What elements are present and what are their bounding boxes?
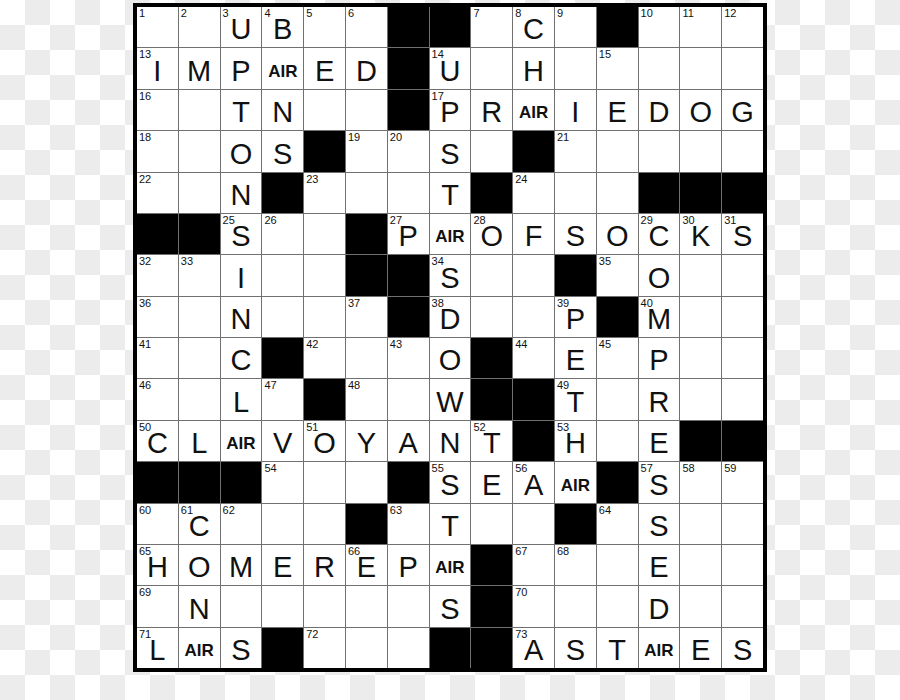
cell-r6c15[interactable]: 31S — [722, 214, 763, 254]
cell-r9c14[interactable] — [680, 338, 721, 378]
letter-entry: A — [524, 471, 543, 500]
clue-number: 49 — [557, 380, 569, 392]
letter-entry: M — [647, 305, 671, 334]
cell-r1c2[interactable]: 2 — [179, 7, 220, 47]
cell-r1c1[interactable]: 1 — [137, 7, 178, 47]
cell-r12c9[interactable]: E — [471, 462, 512, 502]
cell-r14c6[interactable]: 66E — [346, 545, 387, 585]
cell-r14c7[interactable]: P — [388, 545, 429, 585]
cell-r4c15[interactable] — [722, 131, 763, 171]
cell-r3c2[interactable] — [179, 90, 220, 130]
cell-r5c6[interactable] — [346, 173, 387, 213]
letter-entry: I — [571, 98, 579, 127]
cell-r14c2[interactable]: O — [179, 545, 220, 585]
cell-r10c7[interactable] — [388, 379, 429, 419]
cell-r1c5[interactable]: 5 — [304, 7, 345, 47]
cell-r13c12[interactable]: 64 — [597, 504, 638, 544]
cell-r13c5[interactable] — [304, 504, 345, 544]
clue-number: 50 — [139, 422, 151, 434]
cell-r4c4[interactable]: S — [262, 131, 303, 171]
cell-r3c1[interactable]: 16 — [137, 90, 178, 130]
cell-r7c9[interactable] — [471, 255, 512, 295]
cell-r12c13[interactable]: 57S — [639, 462, 680, 502]
cell-r6c4[interactable]: 26 — [262, 214, 303, 254]
cell-r12c1-black — [137, 462, 178, 502]
cell-r5c9-black — [471, 173, 512, 213]
cell-r11c9[interactable]: 52T — [471, 421, 512, 461]
clue-number: 61 — [181, 505, 193, 517]
letter-entry: E — [608, 98, 627, 127]
rebus-air-entry: AIR — [519, 104, 548, 121]
crossword-board: 123U4B5678C910111213IMPAIRED14UH1516TN17… — [133, 3, 767, 672]
cell-r2c13[interactable] — [639, 48, 680, 88]
cell-r3c12[interactable]: E — [597, 90, 638, 130]
cell-r5c11[interactable] — [555, 173, 596, 213]
cell-r16c13[interactable]: AIR — [639, 628, 680, 668]
cell-r12c14[interactable]: 58 — [680, 462, 721, 502]
clue-number: 39 — [557, 298, 569, 310]
cell-r10c13[interactable]: R — [639, 379, 680, 419]
clue-number: 17 — [432, 91, 444, 103]
letter-entry: C — [649, 222, 670, 251]
cell-r14c13[interactable]: E — [639, 545, 680, 585]
cell-r15c14[interactable] — [680, 586, 721, 626]
cell-r10c6[interactable]: 48 — [346, 379, 387, 419]
cell-r3c13[interactable]: D — [639, 90, 680, 130]
cell-r1c8-black — [430, 7, 471, 47]
cell-r9c13[interactable]: P — [639, 338, 680, 378]
cell-r13c3[interactable]: 62 — [221, 504, 262, 544]
cell-r6c14[interactable]: 30K — [680, 214, 721, 254]
cell-r14c14[interactable] — [680, 545, 721, 585]
cell-r11c8[interactable]: N — [430, 421, 471, 461]
cell-r7c11-black — [555, 255, 596, 295]
clue-number: 68 — [557, 546, 569, 558]
cell-r15c6[interactable] — [346, 586, 387, 626]
letter-entry: S — [273, 140, 292, 169]
cell-r8c12-black — [597, 297, 638, 337]
cell-r5c4-black — [262, 173, 303, 213]
cell-r12c5[interactable] — [304, 462, 345, 502]
cell-r13c10[interactable] — [513, 504, 554, 544]
cell-r2c10[interactable]: H — [513, 48, 554, 88]
cell-r8c5[interactable] — [304, 297, 345, 337]
cell-r1c7-black — [388, 7, 429, 47]
cell-r6c3[interactable]: 25S — [221, 214, 262, 254]
letter-entry: U — [231, 15, 252, 44]
cell-r5c8[interactable]: T — [430, 173, 471, 213]
letter-entry: L — [149, 636, 165, 665]
clue-number: 25 — [223, 215, 235, 227]
cell-r10c14[interactable] — [680, 379, 721, 419]
cell-r14c5[interactable]: R — [304, 545, 345, 585]
cell-r7c4[interactable] — [262, 255, 303, 295]
cell-r2c5[interactable]: E — [304, 48, 345, 88]
letter-entry: T — [567, 388, 585, 417]
clue-number: 23 — [306, 174, 318, 186]
cell-r13c14[interactable] — [680, 504, 721, 544]
cell-r12c12-black — [597, 462, 638, 502]
letter-entry: N — [440, 429, 461, 458]
cell-r3c5[interactable] — [304, 90, 345, 130]
cell-r3c8[interactable]: 17P — [430, 90, 471, 130]
cell-r6c7[interactable]: 27P — [388, 214, 429, 254]
cell-r13c7[interactable]: 63 — [388, 504, 429, 544]
clue-number: 18 — [139, 132, 151, 144]
letter-entry: L — [191, 429, 207, 458]
cell-r7c15[interactable] — [722, 255, 763, 295]
cell-r3c14[interactable]: O — [680, 90, 721, 130]
cell-r7c2[interactable]: 33 — [179, 255, 220, 295]
cell-r9c4-black — [262, 338, 303, 378]
cell-r9c6[interactable] — [346, 338, 387, 378]
cell-r12c10[interactable]: 56A — [513, 462, 554, 502]
cell-r15c11[interactable] — [555, 586, 596, 626]
clue-number: 67 — [515, 546, 527, 558]
letter-entry: R — [481, 98, 502, 127]
cell-r7c3[interactable]: I — [221, 255, 262, 295]
cell-r14c10[interactable]: 67 — [513, 545, 554, 585]
cell-r7c14[interactable] — [680, 255, 721, 295]
cell-r9c1[interactable]: 41 — [137, 338, 178, 378]
cell-r2c2[interactable]: M — [179, 48, 220, 88]
cell-r10c11[interactable]: 49T — [555, 379, 596, 419]
cell-r1c9[interactable]: 7 — [471, 7, 512, 47]
cell-r11c12[interactable] — [597, 421, 638, 461]
clue-number: 6 — [348, 8, 354, 20]
cell-r1c13[interactable]: 10 — [639, 7, 680, 47]
cell-r8c14[interactable] — [680, 297, 721, 337]
cell-r5c12[interactable] — [597, 173, 638, 213]
cell-r9c2[interactable] — [179, 338, 220, 378]
cell-r15c7[interactable] — [388, 586, 429, 626]
cell-r8c2[interactable] — [179, 297, 220, 337]
letter-entry: P — [566, 305, 585, 334]
cell-r15c9-black — [471, 586, 512, 626]
cell-r10c12[interactable] — [597, 379, 638, 419]
cell-r2c3[interactable]: P — [221, 48, 262, 88]
cell-r8c3[interactable]: N — [221, 297, 262, 337]
cell-r7c8[interactable]: 34S — [430, 255, 471, 295]
cell-r11c13[interactable]: E — [639, 421, 680, 461]
cell-r12c6[interactable] — [346, 462, 387, 502]
cell-r13c2[interactable]: 61C — [179, 504, 220, 544]
cell-r15c3[interactable] — [221, 586, 262, 626]
cell-r6c13[interactable]: 29C — [639, 214, 680, 254]
cell-r3c9[interactable]: R — [471, 90, 512, 130]
cell-r2c8[interactable]: 14U — [430, 48, 471, 88]
letter-entry: C — [523, 15, 544, 44]
cell-r4c6[interactable]: 19 — [346, 131, 387, 171]
cell-r1c11[interactable]: 9 — [555, 7, 596, 47]
letter-entry: P — [440, 98, 459, 127]
letter-entry: E — [315, 57, 334, 86]
clue-number: 73 — [515, 629, 527, 641]
cell-r11c4[interactable]: V — [262, 421, 303, 461]
clue-number: 62 — [223, 505, 235, 517]
cell-r16c15[interactable]: S — [722, 628, 763, 668]
cell-r12c7-black — [388, 462, 429, 502]
cell-r9c7[interactable]: 43 — [388, 338, 429, 378]
cell-r13c15[interactable] — [722, 504, 763, 544]
cell-r16c6[interactable] — [346, 628, 387, 668]
cell-r8c15[interactable] — [722, 297, 763, 337]
cell-r6c9[interactable]: 28O — [471, 214, 512, 254]
cell-r5c10[interactable]: 24 — [513, 173, 554, 213]
cell-r4c2[interactable] — [179, 131, 220, 171]
cell-r16c3[interactable]: S — [221, 628, 262, 668]
cell-r8c13[interactable]: 40M — [639, 297, 680, 337]
letter-entry: E — [649, 429, 668, 458]
cell-r13c13[interactable]: S — [639, 504, 680, 544]
letter-entry: C — [147, 429, 168, 458]
clue-number: 70 — [515, 587, 527, 599]
cell-r9c10[interactable]: 44 — [513, 338, 554, 378]
cell-r6c11[interactable]: S — [555, 214, 596, 254]
clue-number: 48 — [348, 380, 360, 392]
cell-r14c11[interactable]: 68 — [555, 545, 596, 585]
cell-r9c15[interactable] — [722, 338, 763, 378]
cell-r4c14[interactable] — [680, 131, 721, 171]
cell-r4c3[interactable]: O — [221, 131, 262, 171]
cell-r4c1[interactable]: 18 — [137, 131, 178, 171]
cell-r16c7[interactable] — [388, 628, 429, 668]
cell-r5c7[interactable] — [388, 173, 429, 213]
cell-r3c4[interactable]: N — [262, 90, 303, 130]
cell-r16c5[interactable]: 72 — [304, 628, 345, 668]
clue-number: 33 — [181, 256, 193, 268]
cell-r3c11[interactable]: I — [555, 90, 596, 130]
clue-number: 56 — [515, 463, 527, 475]
cell-r3c7-black — [388, 90, 429, 130]
cell-r12c4[interactable]: 54 — [262, 462, 303, 502]
cell-r15c8[interactable]: S — [430, 586, 471, 626]
cell-r14c8[interactable]: AIR — [430, 545, 471, 585]
cell-r12c8[interactable]: 55S — [430, 462, 471, 502]
cell-r8c9[interactable] — [471, 297, 512, 337]
clue-number: 53 — [557, 422, 569, 434]
cell-r4c5-black — [304, 131, 345, 171]
letter-entry: C — [189, 512, 210, 541]
cell-r4c8[interactable]: S — [430, 131, 471, 171]
letter-entry: I — [153, 57, 161, 86]
cell-r11c3[interactable]: AIR — [221, 421, 262, 461]
cell-r5c5[interactable]: 23 — [304, 173, 345, 213]
cell-r9c11[interactable]: E — [555, 338, 596, 378]
cell-r10c1[interactable]: 46 — [137, 379, 178, 419]
letter-entry: S — [649, 512, 668, 541]
cell-r16c12[interactable]: T — [597, 628, 638, 668]
clue-number: 51 — [306, 422, 318, 434]
cell-r7c10[interactable] — [513, 255, 554, 295]
cell-r14c12[interactable] — [597, 545, 638, 585]
rebus-air-entry: AIR — [561, 477, 590, 494]
cell-r15c2[interactable]: N — [179, 586, 220, 626]
cell-r9c5[interactable]: 42 — [304, 338, 345, 378]
cell-r5c2[interactable] — [179, 173, 220, 213]
cell-r11c2[interactable]: L — [179, 421, 220, 461]
clue-number: 4 — [264, 8, 270, 20]
cell-r13c4[interactable] — [262, 504, 303, 544]
clue-number: 7 — [473, 8, 479, 20]
letter-entry: P — [399, 553, 418, 582]
clue-number: 31 — [724, 215, 736, 227]
cell-r10c4[interactable]: 47 — [262, 379, 303, 419]
cell-r15c10[interactable]: 70 — [513, 586, 554, 626]
cell-r7c13[interactable]: O — [639, 255, 680, 295]
clue-number: 15 — [599, 49, 611, 61]
cell-r1c10[interactable]: 8C — [513, 7, 554, 47]
cell-r7c5[interactable] — [304, 255, 345, 295]
cell-r2c15[interactable] — [722, 48, 763, 88]
cell-r1c3[interactable]: 3U — [221, 7, 262, 47]
cell-r10c15[interactable] — [722, 379, 763, 419]
clue-number: 58 — [682, 463, 694, 475]
cell-r6c10[interactable]: F — [513, 214, 554, 254]
letter-entry: E — [357, 553, 376, 582]
cell-r3c3[interactable]: T — [221, 90, 262, 130]
cell-r2c1[interactable]: 13I — [137, 48, 178, 88]
cell-r10c8[interactable]: W — [430, 379, 471, 419]
rebus-air-entry: AIR — [435, 228, 464, 245]
cell-r8c11[interactable]: 39P — [555, 297, 596, 337]
letter-entry: L — [233, 388, 249, 417]
cell-r13c8[interactable]: T — [430, 504, 471, 544]
cell-r14c15[interactable] — [722, 545, 763, 585]
cell-r15c5[interactable] — [304, 586, 345, 626]
cell-r1c6[interactable]: 6 — [346, 7, 387, 47]
cell-r3c10[interactable]: AIR — [513, 90, 554, 130]
letter-entry: S — [649, 471, 668, 500]
letter-entry: S — [566, 222, 585, 251]
cell-r5c13-black — [639, 173, 680, 213]
letter-entry: H — [147, 553, 168, 582]
cell-r11c5[interactable]: 51O — [304, 421, 345, 461]
cell-r4c12[interactable] — [597, 131, 638, 171]
clue-number: 26 — [264, 215, 276, 227]
cell-r8c1[interactable]: 36 — [137, 297, 178, 337]
cell-r7c7-black — [388, 255, 429, 295]
cell-r16c11[interactable]: S — [555, 628, 596, 668]
clue-number: 32 — [139, 256, 151, 268]
cell-r14c3[interactable]: M — [221, 545, 262, 585]
cell-r2c7-black — [388, 48, 429, 88]
cell-r11c11[interactable]: 53H — [555, 421, 596, 461]
cell-r16c10[interactable]: 73A — [513, 628, 554, 668]
clue-number: 65 — [139, 546, 151, 558]
letter-entry: T — [483, 429, 501, 458]
cell-r9c8[interactable]: O — [430, 338, 471, 378]
cell-r16c1[interactable]: 71L — [137, 628, 178, 668]
rebus-air-entry: AIR — [226, 435, 255, 452]
cell-r2c9[interactable] — [471, 48, 512, 88]
cell-r7c12[interactable]: 35 — [597, 255, 638, 295]
letter-entry: T — [441, 512, 459, 541]
cell-r15c1[interactable]: 69 — [137, 586, 178, 626]
cell-r6c5[interactable] — [304, 214, 345, 254]
letter-entry: O — [439, 346, 462, 375]
letter-entry: S — [733, 636, 752, 665]
cell-r2c6[interactable]: D — [346, 48, 387, 88]
letter-entry: O — [188, 553, 211, 582]
cell-r2c14[interactable] — [680, 48, 721, 88]
cell-r1c14[interactable]: 11 — [680, 7, 721, 47]
cell-r7c1[interactable]: 32 — [137, 255, 178, 295]
cell-r5c1[interactable]: 22 — [137, 173, 178, 213]
cell-r2c12[interactable]: 15 — [597, 48, 638, 88]
clue-number: 29 — [641, 215, 653, 227]
cell-r9c12[interactable]: 45 — [597, 338, 638, 378]
cell-r3c15[interactable]: G — [722, 90, 763, 130]
cell-r3c6[interactable] — [346, 90, 387, 130]
rebus-air-entry: AIR — [644, 642, 673, 659]
cell-r4c9[interactable] — [471, 131, 512, 171]
letter-entry: F — [525, 222, 543, 251]
cell-r15c12[interactable] — [597, 586, 638, 626]
cell-r5c3[interactable]: N — [221, 173, 262, 213]
cell-r11c6[interactable]: Y — [346, 421, 387, 461]
cell-r6c12[interactable]: O — [597, 214, 638, 254]
letter-entry: P — [231, 57, 250, 86]
cell-r8c6[interactable]: 37 — [346, 297, 387, 337]
clue-number: 3 — [223, 8, 229, 20]
letter-entry: O — [230, 140, 253, 169]
cell-r2c11[interactable] — [555, 48, 596, 88]
cell-r16c14[interactable]: E — [680, 628, 721, 668]
cell-r4c7[interactable]: 20 — [388, 131, 429, 171]
cell-r12c11[interactable]: AIR — [555, 462, 596, 502]
cell-r15c15[interactable] — [722, 586, 763, 626]
cell-r13c9[interactable] — [471, 504, 512, 544]
cell-r14c4[interactable]: E — [262, 545, 303, 585]
cell-r9c3[interactable]: C — [221, 338, 262, 378]
clue-number: 27 — [390, 215, 402, 227]
cell-r11c7[interactable]: A — [388, 421, 429, 461]
cell-r8c10[interactable] — [513, 297, 554, 337]
clue-number: 46 — [139, 380, 151, 392]
cell-r8c8[interactable]: 38D — [430, 297, 471, 337]
clue-number: 13 — [139, 49, 151, 61]
cell-r1c4[interactable]: 4B — [262, 7, 303, 47]
cell-r2c4[interactable]: AIR — [262, 48, 303, 88]
letter-entry: H — [523, 57, 544, 86]
letter-entry: K — [691, 222, 710, 251]
cell-r16c2[interactable]: AIR — [179, 628, 220, 668]
clue-number: 19 — [348, 132, 360, 144]
clue-number: 11 — [682, 8, 693, 20]
cell-r11c14-black — [680, 421, 721, 461]
cell-r13c1[interactable]: 60 — [137, 504, 178, 544]
cell-r12c15[interactable]: 59 — [722, 462, 763, 502]
clue-number: 16 — [139, 91, 151, 103]
cell-r15c4[interactable] — [262, 586, 303, 626]
cell-r1c15[interactable]: 12 — [722, 7, 763, 47]
cell-r4c11[interactable]: 21 — [555, 131, 596, 171]
cell-r11c1[interactable]: 50C — [137, 421, 178, 461]
letter-entry: N — [231, 305, 252, 334]
cell-r6c8[interactable]: AIR — [430, 214, 471, 254]
letter-entry: O — [648, 264, 671, 293]
cell-r14c1[interactable]: 65H — [137, 545, 178, 585]
clue-number: 2 — [181, 8, 187, 20]
clue-number: 45 — [599, 339, 611, 351]
cell-r10c3[interactable]: L — [221, 379, 262, 419]
cell-r15c13[interactable]: D — [639, 586, 680, 626]
letter-entry: B — [273, 15, 292, 44]
cell-r8c4[interactable] — [262, 297, 303, 337]
cell-r10c2[interactable] — [179, 379, 220, 419]
cell-r4c13[interactable] — [639, 131, 680, 171]
